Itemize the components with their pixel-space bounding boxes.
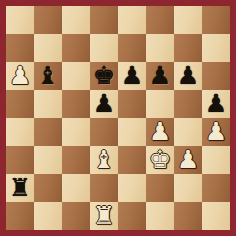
piece-white-pawn[interactable]: ♟ [149, 118, 171, 146]
square-h3[interactable] [202, 146, 230, 174]
square-d3[interactable]: ♝ [90, 146, 118, 174]
square-f5[interactable] [146, 90, 174, 118]
square-g1[interactable] [174, 202, 202, 230]
chess-board-frame: ♟♝♚♟♟♟♟♟♟♟♝♚♟♜♜ [0, 0, 236, 236]
piece-white-pawn[interactable]: ♟ [177, 146, 199, 174]
square-d7[interactable] [90, 34, 118, 62]
square-d6[interactable]: ♚ [90, 62, 118, 90]
square-h5[interactable]: ♟ [202, 90, 230, 118]
piece-black-bishop[interactable]: ♝ [37, 62, 59, 90]
square-c5[interactable] [62, 90, 90, 118]
square-g6[interactable]: ♟ [174, 62, 202, 90]
square-e4[interactable] [118, 118, 146, 146]
square-a5[interactable] [6, 90, 34, 118]
square-f4[interactable]: ♟ [146, 118, 174, 146]
square-e3[interactable] [118, 146, 146, 174]
square-g2[interactable] [174, 174, 202, 202]
square-b7[interactable] [34, 34, 62, 62]
piece-black-king[interactable]: ♚ [93, 62, 115, 90]
square-b1[interactable] [34, 202, 62, 230]
square-a6[interactable]: ♟ [6, 62, 34, 90]
square-h4[interactable]: ♟ [202, 118, 230, 146]
square-d1[interactable]: ♜ [90, 202, 118, 230]
square-f2[interactable] [146, 174, 174, 202]
square-c3[interactable] [62, 146, 90, 174]
square-e1[interactable] [118, 202, 146, 230]
square-f8[interactable] [146, 6, 174, 34]
square-d2[interactable] [90, 174, 118, 202]
square-b6[interactable]: ♝ [34, 62, 62, 90]
square-h2[interactable] [202, 174, 230, 202]
square-b3[interactable] [34, 146, 62, 174]
square-h1[interactable] [202, 202, 230, 230]
square-c1[interactable] [62, 202, 90, 230]
square-a2[interactable]: ♜ [6, 174, 34, 202]
piece-black-pawn[interactable]: ♟ [149, 62, 171, 90]
piece-black-rook[interactable]: ♜ [9, 174, 31, 202]
square-g4[interactable] [174, 118, 202, 146]
piece-white-pawn[interactable]: ♟ [205, 118, 227, 146]
square-c7[interactable] [62, 34, 90, 62]
square-c6[interactable] [62, 62, 90, 90]
square-g7[interactable] [174, 34, 202, 62]
square-b5[interactable] [34, 90, 62, 118]
piece-white-bishop[interactable]: ♝ [93, 146, 115, 174]
square-f6[interactable]: ♟ [146, 62, 174, 90]
square-e5[interactable] [118, 90, 146, 118]
square-d8[interactable] [90, 6, 118, 34]
square-h8[interactable] [202, 6, 230, 34]
square-a8[interactable] [6, 6, 34, 34]
square-f3[interactable]: ♚ [146, 146, 174, 174]
square-d5[interactable]: ♟ [90, 90, 118, 118]
square-d4[interactable] [90, 118, 118, 146]
square-a7[interactable] [6, 34, 34, 62]
piece-black-pawn[interactable]: ♟ [93, 90, 115, 118]
square-a1[interactable] [6, 202, 34, 230]
square-e2[interactable] [118, 174, 146, 202]
square-a3[interactable] [6, 146, 34, 174]
square-c4[interactable] [62, 118, 90, 146]
square-f1[interactable] [146, 202, 174, 230]
piece-white-king[interactable]: ♚ [149, 146, 171, 174]
square-f7[interactable] [146, 34, 174, 62]
square-g5[interactable] [174, 90, 202, 118]
square-b8[interactable] [34, 6, 62, 34]
square-c2[interactable] [62, 174, 90, 202]
chess-board: ♟♝♚♟♟♟♟♟♟♟♝♚♟♜♜ [6, 6, 230, 230]
square-e7[interactable] [118, 34, 146, 62]
square-b2[interactable] [34, 174, 62, 202]
piece-black-pawn[interactable]: ♟ [177, 62, 199, 90]
piece-white-rook[interactable]: ♜ [93, 202, 115, 230]
square-g3[interactable]: ♟ [174, 146, 202, 174]
piece-white-pawn[interactable]: ♟ [9, 62, 31, 90]
square-e8[interactable] [118, 6, 146, 34]
square-e6[interactable]: ♟ [118, 62, 146, 90]
square-c8[interactable] [62, 6, 90, 34]
square-a4[interactable] [6, 118, 34, 146]
square-g8[interactable] [174, 6, 202, 34]
piece-black-pawn[interactable]: ♟ [121, 62, 143, 90]
square-b4[interactable] [34, 118, 62, 146]
piece-black-pawn[interactable]: ♟ [205, 90, 227, 118]
square-h7[interactable] [202, 34, 230, 62]
square-h6[interactable] [202, 62, 230, 90]
